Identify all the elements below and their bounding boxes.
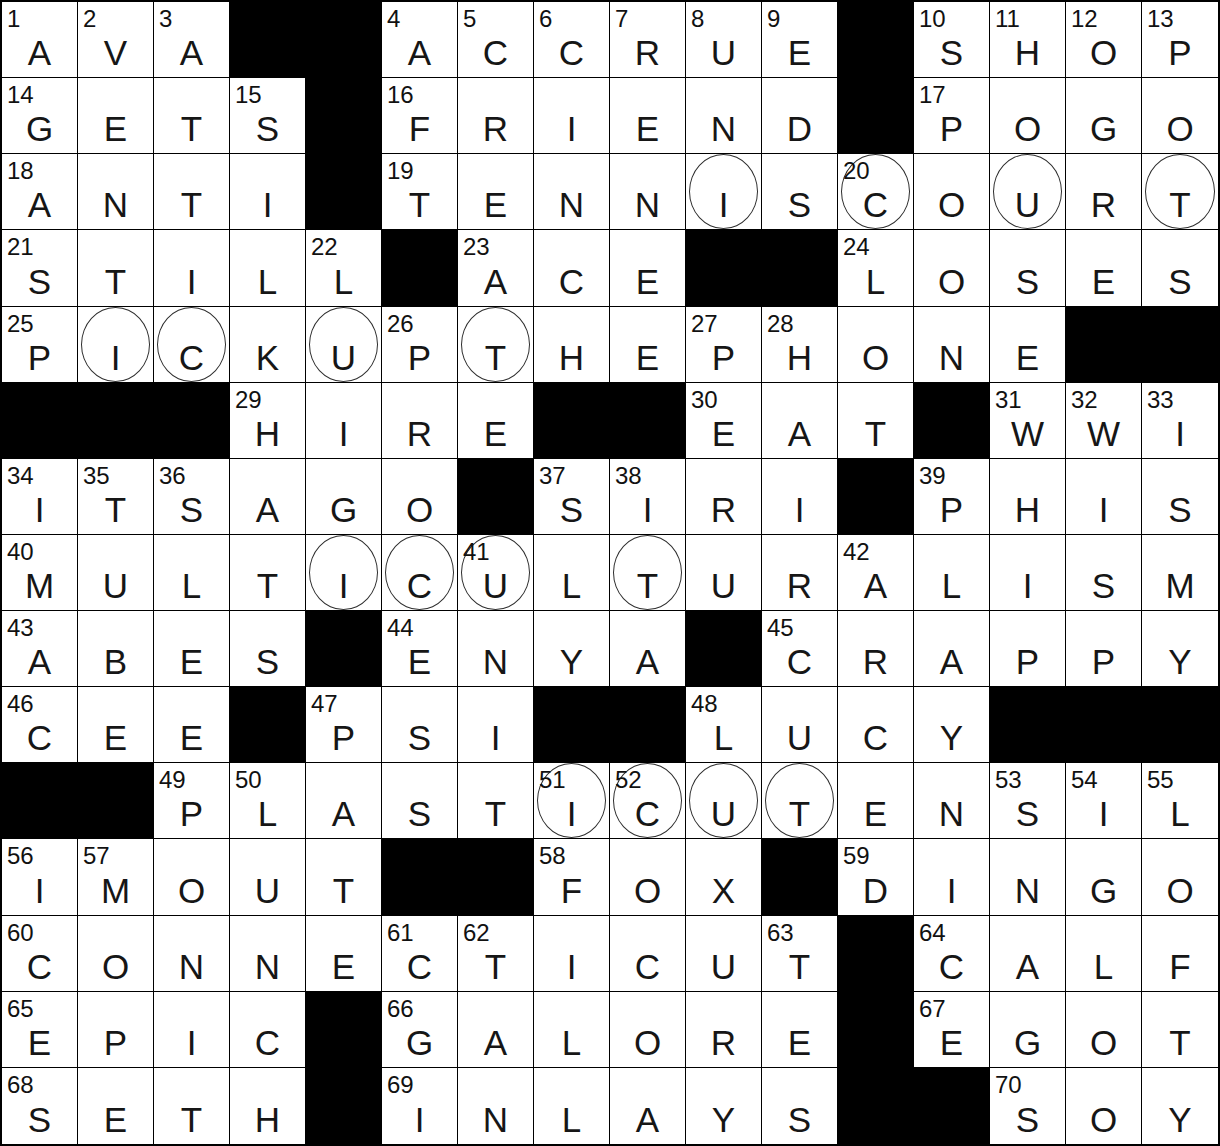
clue-number: 40 <box>7 540 34 564</box>
cell-r11c4[interactable]: 50L <box>230 763 306 839</box>
cell-letter: I <box>154 1025 229 1060</box>
cell-r10c5[interactable]: 47P <box>306 687 382 763</box>
cell-r2c16[interactable]: O <box>1142 78 1218 154</box>
cell-r1c8[interactable]: 6C <box>534 2 610 78</box>
clue-number: 48 <box>691 692 718 716</box>
cell-r8c7[interactable]: 41U <box>458 535 534 611</box>
cell-r1c2[interactable]: 2V <box>78 2 154 78</box>
cell-r9c2[interactable]: B <box>78 611 154 687</box>
cell-letter: A <box>458 1025 533 1060</box>
cell-r3c1[interactable]: 18A <box>2 154 78 230</box>
cell-letter: T <box>154 187 229 222</box>
cell-letter: D <box>762 111 837 146</box>
cell-letter: I <box>230 187 305 222</box>
cell-r11c7[interactable]: T <box>458 763 534 839</box>
cell-r2c13[interactable]: 17P <box>914 78 990 154</box>
cell-letter: E <box>610 264 685 299</box>
cell-r5c14[interactable]: E <box>990 307 1066 383</box>
cell-r13c2[interactable]: O <box>78 916 154 992</box>
cell-r15c15[interactable]: O <box>1066 1068 1142 1144</box>
cell-letter: A <box>2 644 77 679</box>
cell-r13c6[interactable]: 61C <box>382 916 458 992</box>
cell-r13c4[interactable]: N <box>230 916 306 992</box>
cell-r5c7[interactable]: T <box>458 307 534 383</box>
cell-letter: P <box>1066 644 1141 679</box>
cell-r5c5[interactable]: U <box>306 307 382 383</box>
block-r12c11 <box>762 839 838 915</box>
clue-number: 6 <box>539 7 552 31</box>
cell-letter: C <box>610 949 685 984</box>
cell-r10c2[interactable]: E <box>78 687 154 763</box>
cell-letter: P <box>306 720 381 755</box>
cell-r14c11[interactable]: E <box>762 992 838 1068</box>
cell-r4c14[interactable]: S <box>990 230 1066 306</box>
cell-r15c9[interactable]: A <box>610 1068 686 1144</box>
cell-letter: E <box>1066 264 1141 299</box>
cell-r5c8[interactable]: H <box>534 307 610 383</box>
cell-letter: N <box>458 1102 533 1137</box>
cell-r8c11[interactable]: R <box>762 535 838 611</box>
cell-r12c9[interactable]: O <box>610 839 686 915</box>
cell-r3c6[interactable]: 19T <box>382 154 458 230</box>
cell-r1c6[interactable]: 4A <box>382 2 458 78</box>
cell-r4c16[interactable]: S <box>1142 230 1218 306</box>
cell-r11c13[interactable]: N <box>914 763 990 839</box>
cell-r2c9[interactable]: E <box>610 78 686 154</box>
cell-r3c16[interactable]: T <box>1142 154 1218 230</box>
cell-r9c4[interactable]: S <box>230 611 306 687</box>
cell-r6c5[interactable]: I <box>306 383 382 459</box>
cell-r15c8[interactable]: L <box>534 1068 610 1144</box>
cell-r13c16[interactable]: F <box>1142 916 1218 992</box>
cell-r10c1[interactable]: 46C <box>2 687 78 763</box>
cell-r12c2[interactable]: 57M <box>78 839 154 915</box>
cell-r2c2[interactable]: E <box>78 78 154 154</box>
cell-r11c16[interactable]: 55L <box>1142 763 1218 839</box>
clue-number: 32 <box>1071 388 1098 412</box>
cell-letter: A <box>306 796 381 831</box>
cell-r5c10[interactable]: 27P <box>686 307 762 383</box>
cell-r6c6[interactable]: R <box>382 383 458 459</box>
cell-r10c6[interactable]: S <box>382 687 458 763</box>
clue-number: 50 <box>235 768 262 792</box>
cell-r4c3[interactable]: I <box>154 230 230 306</box>
block-r15c12 <box>838 1068 914 1144</box>
cell-r8c1[interactable]: 40M <box>2 535 78 611</box>
cell-letter: R <box>458 111 533 146</box>
cell-r9c7[interactable]: N <box>458 611 534 687</box>
cell-r9c16[interactable]: Y <box>1142 611 1218 687</box>
cell-r4c4[interactable]: L <box>230 230 306 306</box>
cell-r13c13[interactable]: 64C <box>914 916 990 992</box>
cell-r10c13[interactable]: Y <box>914 687 990 763</box>
cell-r11c5[interactable]: A <box>306 763 382 839</box>
cell-r7c9[interactable]: 38I <box>610 459 686 535</box>
clue-number: 43 <box>7 616 34 640</box>
cell-r1c15[interactable]: 12O <box>1066 2 1142 78</box>
cell-r14c16[interactable]: T <box>1142 992 1218 1068</box>
cell-r5c6[interactable]: 26P <box>382 307 458 383</box>
cell-r10c12[interactable]: C <box>838 687 914 763</box>
cell-letter: N <box>610 187 685 222</box>
cell-r6c12[interactable]: T <box>838 383 914 459</box>
cell-letter: E <box>838 796 913 831</box>
cell-r1c3[interactable]: 3A <box>154 2 230 78</box>
cell-r12c8[interactable]: 58F <box>534 839 610 915</box>
cell-r12c5[interactable]: T <box>306 839 382 915</box>
cell-r7c11[interactable]: I <box>762 459 838 535</box>
clue-number: 36 <box>159 464 186 488</box>
cell-r14c2[interactable]: P <box>78 992 154 1068</box>
cell-r2c10[interactable]: N <box>686 78 762 154</box>
clue-number: 54 <box>1071 768 1098 792</box>
cell-r2c4[interactable]: 15S <box>230 78 306 154</box>
block-r2c5 <box>306 78 382 154</box>
cell-r1c10[interactable]: 8U <box>686 2 762 78</box>
cell-r7c10[interactable]: R <box>686 459 762 535</box>
cell-letter: T <box>610 568 685 603</box>
cell-r1c16[interactable]: 13P <box>1142 2 1218 78</box>
cell-letter: T <box>762 796 837 831</box>
cell-r11c12[interactable]: E <box>838 763 914 839</box>
cell-letter: L <box>1066 949 1141 984</box>
cell-r14c6[interactable]: 66G <box>382 992 458 1068</box>
cell-r7c8[interactable]: 37S <box>534 459 610 535</box>
cell-r3c3[interactable]: T <box>154 154 230 230</box>
clue-number: 12 <box>1071 7 1098 31</box>
cell-r11c10[interactable]: U <box>686 763 762 839</box>
cell-r7c16[interactable]: S <box>1142 459 1218 535</box>
cell-r7c14[interactable]: H <box>990 459 1066 535</box>
clue-number: 24 <box>843 235 870 259</box>
cell-r9c12[interactable]: R <box>838 611 914 687</box>
cell-r12c3[interactable]: O <box>154 839 230 915</box>
block-r1c5 <box>306 2 382 78</box>
cell-r3c15[interactable]: R <box>1066 154 1142 230</box>
cell-r12c1[interactable]: 56I <box>2 839 78 915</box>
cell-r14c8[interactable]: L <box>534 992 610 1068</box>
cell-r2c11[interactable]: D <box>762 78 838 154</box>
cell-r8c2[interactable]: U <box>78 535 154 611</box>
cell-r7c13[interactable]: 39P <box>914 459 990 535</box>
cell-r7c2[interactable]: 35T <box>78 459 154 535</box>
cell-r2c15[interactable]: G <box>1066 78 1142 154</box>
cell-r6c16[interactable]: 33I <box>1142 383 1218 459</box>
cell-r4c12[interactable]: 24L <box>838 230 914 306</box>
cell-r10c3[interactable]: E <box>154 687 230 763</box>
cell-letter: L <box>534 568 609 603</box>
cell-letter: I <box>2 492 77 527</box>
cell-r8c13[interactable]: L <box>914 535 990 611</box>
cell-r13c15[interactable]: L <box>1066 916 1142 992</box>
block-r6c8 <box>534 383 610 459</box>
cell-r2c14[interactable]: O <box>990 78 1066 154</box>
cell-r6c7[interactable]: E <box>458 383 534 459</box>
cell-r14c7[interactable]: A <box>458 992 534 1068</box>
cell-r3c14[interactable]: U <box>990 154 1066 230</box>
cell-r13c14[interactable]: A <box>990 916 1066 992</box>
cell-r2c1[interactable]: 14G <box>2 78 78 154</box>
cell-r14c13[interactable]: 67E <box>914 992 990 1068</box>
cell-letter: F <box>382 111 457 146</box>
cell-letter: S <box>762 1102 837 1137</box>
cell-letter: N <box>914 340 989 375</box>
cell-r12c13[interactable]: I <box>914 839 990 915</box>
cell-r5c11[interactable]: 28H <box>762 307 838 383</box>
cell-r12c14[interactable]: N <box>990 839 1066 915</box>
cell-r13c1[interactable]: 60C <box>2 916 78 992</box>
cell-r4c15[interactable]: E <box>1066 230 1142 306</box>
cell-letter: S <box>154 492 229 527</box>
cell-r11c8[interactable]: 51I <box>534 763 610 839</box>
cell-r3c13[interactable]: O <box>914 154 990 230</box>
cell-r15c7[interactable]: N <box>458 1068 534 1144</box>
cell-r8c14[interactable]: I <box>990 535 1066 611</box>
cell-letter: I <box>610 492 685 527</box>
cell-r3c2[interactable]: N <box>78 154 154 230</box>
clue-number: 28 <box>767 312 794 336</box>
cell-letter: L <box>154 568 229 603</box>
cell-r10c11[interactable]: U <box>762 687 838 763</box>
cell-r12c4[interactable]: U <box>230 839 306 915</box>
cell-r15c4[interactable]: H <box>230 1068 306 1144</box>
block-r10c4 <box>230 687 306 763</box>
cell-r7c15[interactable]: I <box>1066 459 1142 535</box>
cell-r11c9[interactable]: 52C <box>610 763 686 839</box>
cell-r6c11[interactable]: A <box>762 383 838 459</box>
cell-r9c9[interactable]: A <box>610 611 686 687</box>
cell-r3c9[interactable]: N <box>610 154 686 230</box>
cell-letter: I <box>154 264 229 299</box>
cell-r9c14[interactable]: P <box>990 611 1066 687</box>
cell-letter: G <box>1066 111 1141 146</box>
cell-r1c1[interactable]: 1A <box>2 2 78 78</box>
block-r4c6 <box>382 230 458 306</box>
cell-letter: M <box>2 568 77 603</box>
cell-r13c5[interactable]: E <box>306 916 382 992</box>
cell-r13c8[interactable]: I <box>534 916 610 992</box>
cell-r12c12[interactable]: 59D <box>838 839 914 915</box>
cell-r3c10[interactable]: I <box>686 154 762 230</box>
cell-r5c12[interactable]: O <box>838 307 914 383</box>
cell-r14c4[interactable]: C <box>230 992 306 1068</box>
cell-r8c6[interactable]: C <box>382 535 458 611</box>
cell-r10c10[interactable]: 48L <box>686 687 762 763</box>
cell-r15c10[interactable]: Y <box>686 1068 762 1144</box>
clue-number: 1 <box>7 7 20 31</box>
cell-letter: T <box>762 949 837 984</box>
block-r14c5 <box>306 992 382 1068</box>
cell-letter: C <box>534 264 609 299</box>
cell-r8c9[interactable]: T <box>610 535 686 611</box>
cell-letter: H <box>990 35 1065 70</box>
cell-r9c8[interactable]: Y <box>534 611 610 687</box>
cell-r7c3[interactable]: 36S <box>154 459 230 535</box>
cell-r1c7[interactable]: 5C <box>458 2 534 78</box>
cell-letter: U <box>230 873 305 908</box>
cell-r5c3[interactable]: C <box>154 307 230 383</box>
cell-letter: E <box>382 644 457 679</box>
cell-letter: A <box>762 416 837 451</box>
cell-letter: A <box>610 644 685 679</box>
cell-letter: X <box>686 873 761 908</box>
cell-r8c8[interactable]: L <box>534 535 610 611</box>
cell-letter: W <box>1066 416 1141 451</box>
cell-letter: U <box>78 568 153 603</box>
cell-r4c2[interactable]: T <box>78 230 154 306</box>
cell-letter: L <box>838 264 913 299</box>
cell-letter: I <box>306 568 381 603</box>
cell-r8c5[interactable]: I <box>306 535 382 611</box>
cell-letter: I <box>306 416 381 451</box>
cell-r2c7[interactable]: R <box>458 78 534 154</box>
cell-r13c7[interactable]: 62T <box>458 916 534 992</box>
cell-r4c7[interactable]: 23A <box>458 230 534 306</box>
block-r5c15 <box>1066 307 1142 383</box>
cell-r4c9[interactable]: E <box>610 230 686 306</box>
cell-r8c10[interactable]: U <box>686 535 762 611</box>
block-r9c5 <box>306 611 382 687</box>
cell-r4c8[interactable]: C <box>534 230 610 306</box>
cell-r12c10[interactable]: X <box>686 839 762 915</box>
cell-r2c6[interactable]: 16F <box>382 78 458 154</box>
cell-letter: T <box>458 796 533 831</box>
cell-r15c11[interactable]: S <box>762 1068 838 1144</box>
cell-r8c15[interactable]: S <box>1066 535 1142 611</box>
cell-letter: T <box>78 264 153 299</box>
cell-letter: N <box>914 796 989 831</box>
cell-r14c10[interactable]: R <box>686 992 762 1068</box>
block-r13c12 <box>838 916 914 992</box>
cell-r15c3[interactable]: T <box>154 1068 230 1144</box>
cell-r4c13[interactable]: O <box>914 230 990 306</box>
cell-r9c6[interactable]: 44E <box>382 611 458 687</box>
cell-r1c9[interactable]: 7R <box>610 2 686 78</box>
cell-r8c3[interactable]: L <box>154 535 230 611</box>
cell-r15c2[interactable]: E <box>78 1068 154 1144</box>
cell-letter: T <box>1142 1025 1218 1060</box>
clue-number: 8 <box>691 7 704 31</box>
cell-r3c7[interactable]: E <box>458 154 534 230</box>
cell-r9c15[interactable]: P <box>1066 611 1142 687</box>
cell-r14c15[interactable]: O <box>1066 992 1142 1068</box>
cell-r15c1[interactable]: 68S <box>2 1068 78 1144</box>
cell-r11c3[interactable]: 49P <box>154 763 230 839</box>
cell-r2c3[interactable]: T <box>154 78 230 154</box>
cell-r3c8[interactable]: N <box>534 154 610 230</box>
cell-r8c12[interactable]: 42A <box>838 535 914 611</box>
cell-letter: N <box>78 187 153 222</box>
clue-number: 21 <box>7 235 34 259</box>
cell-r8c4[interactable]: T <box>230 535 306 611</box>
cell-r12c16[interactable]: O <box>1142 839 1218 915</box>
cell-r11c11[interactable]: T <box>762 763 838 839</box>
cell-letter: H <box>990 492 1065 527</box>
clue-number: 31 <box>995 388 1022 412</box>
clue-number: 38 <box>615 464 642 488</box>
clue-number: 44 <box>387 616 414 640</box>
cell-letter: Y <box>686 1102 761 1137</box>
cell-r7c1[interactable]: 34I <box>2 459 78 535</box>
cell-r7c5[interactable]: G <box>306 459 382 535</box>
cell-r1c14[interactable]: 11H <box>990 2 1066 78</box>
cell-r3c4[interactable]: I <box>230 154 306 230</box>
cell-r12c15[interactable]: G <box>1066 839 1142 915</box>
cell-r15c16[interactable]: Y <box>1142 1068 1218 1144</box>
cell-r14c1[interactable]: 65E <box>2 992 78 1068</box>
cell-r14c14[interactable]: G <box>990 992 1066 1068</box>
cell-r2c8[interactable]: I <box>534 78 610 154</box>
cell-letter: A <box>838 568 913 603</box>
cell-letter: N <box>534 187 609 222</box>
cell-r13c11[interactable]: 63T <box>762 916 838 992</box>
cell-letter: S <box>914 35 989 70</box>
cell-r6c10[interactable]: 30E <box>686 383 762 459</box>
cell-r5c1[interactable]: 25P <box>2 307 78 383</box>
cell-r11c6[interactable]: S <box>382 763 458 839</box>
cell-r4c1[interactable]: 21S <box>2 230 78 306</box>
cell-r4c5[interactable]: 22L <box>306 230 382 306</box>
cell-letter: H <box>230 416 305 451</box>
cell-r9c3[interactable]: E <box>154 611 230 687</box>
cell-r11c14[interactable]: 53S <box>990 763 1066 839</box>
clue-number: 55 <box>1147 768 1174 792</box>
cell-r15c14[interactable]: 70S <box>990 1068 1066 1144</box>
cell-r14c9[interactable]: O <box>610 992 686 1068</box>
cell-r5c9[interactable]: E <box>610 307 686 383</box>
cell-r9c1[interactable]: 43A <box>2 611 78 687</box>
cell-letter: L <box>686 720 761 755</box>
cell-letter: S <box>2 264 77 299</box>
cell-r3c11[interactable]: S <box>762 154 838 230</box>
cell-letter: S <box>382 796 457 831</box>
cell-r14c3[interactable]: I <box>154 992 230 1068</box>
cell-r11c15[interactable]: 54I <box>1066 763 1142 839</box>
cell-letter: N <box>230 949 305 984</box>
cell-r9c11[interactable]: 45C <box>762 611 838 687</box>
clue-number: 3 <box>159 7 172 31</box>
cell-r7c4[interactable]: A <box>230 459 306 535</box>
cell-letter: R <box>1066 187 1141 222</box>
cell-letter: O <box>1142 873 1218 908</box>
cell-r1c13[interactable]: 10S <box>914 2 990 78</box>
cell-r1c11[interactable]: 9E <box>762 2 838 78</box>
cell-letter: O <box>1066 35 1141 70</box>
cell-r10c7[interactable]: I <box>458 687 534 763</box>
cell-r6c15[interactable]: 32W <box>1066 383 1142 459</box>
block-r6c2 <box>78 383 154 459</box>
cell-r3c12[interactable]: 20C <box>838 154 914 230</box>
cell-r13c10[interactable]: U <box>686 916 762 992</box>
cell-letter: T <box>154 111 229 146</box>
cell-r9c13[interactable]: A <box>914 611 990 687</box>
cell-r6c14[interactable]: 31W <box>990 383 1066 459</box>
cell-r15c6[interactable]: 69I <box>382 1068 458 1144</box>
cell-r13c9[interactable]: C <box>610 916 686 992</box>
clue-number: 5 <box>463 7 476 31</box>
cell-r7c6[interactable]: O <box>382 459 458 535</box>
cell-letter: O <box>1066 1102 1141 1137</box>
cell-r6c4[interactable]: 29H <box>230 383 306 459</box>
cell-letter: F <box>534 873 609 908</box>
clue-number: 39 <box>919 464 946 488</box>
cell-letter: C <box>230 1025 305 1060</box>
cell-r13c3[interactable]: N <box>154 916 230 992</box>
cell-r5c2[interactable]: I <box>78 307 154 383</box>
cell-r5c13[interactable]: N <box>914 307 990 383</box>
cell-r5c4[interactable]: K <box>230 307 306 383</box>
cell-r8c16[interactable]: M <box>1142 535 1218 611</box>
